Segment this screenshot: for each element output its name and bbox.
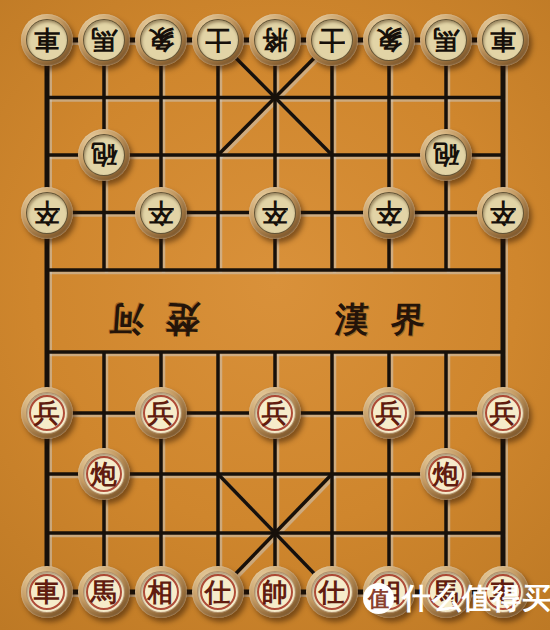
piece-glyph: 兵	[148, 400, 174, 426]
piece-face: 象	[140, 19, 182, 61]
piece-black-cannon[interactable]: 砲	[420, 129, 472, 181]
piece-glyph: 士	[319, 27, 345, 53]
piece-red-chariot[interactable]: 車	[21, 566, 73, 618]
piece-black-soldier[interactable]: 卒	[477, 187, 529, 239]
piece-face: 兵	[254, 392, 296, 434]
piece-glyph: 卒	[376, 200, 402, 226]
piece-face: 炮	[83, 453, 125, 495]
piece-glyph: 炮	[433, 461, 459, 487]
piece-red-soldier[interactable]: 兵	[477, 387, 529, 439]
piece-black-chariot[interactable]: 車	[21, 14, 73, 66]
piece-face: 車	[26, 571, 68, 613]
piece-black-soldier[interactable]: 卒	[363, 187, 415, 239]
piece-glyph: 馬	[91, 27, 117, 53]
piece-black-horse[interactable]: 馬	[78, 14, 130, 66]
piece-red-soldier[interactable]: 兵	[249, 387, 301, 439]
piece-glyph: 車	[34, 579, 60, 605]
piece-face: 士	[311, 19, 353, 61]
piece-face: 卒	[140, 192, 182, 234]
smzdm-logo-glyph: 值	[368, 588, 389, 609]
smzdm-watermark: 值 什么值得买	[363, 583, 550, 614]
piece-face: 士	[197, 19, 239, 61]
piece-glyph: 兵	[34, 400, 60, 426]
smzdm-logo-icon: 值	[363, 583, 394, 614]
piece-glyph: 車	[490, 27, 516, 53]
xiangqi-board: 楚河 漢界 車馬象士將士象馬車砲砲卒卒卒卒卒兵兵兵兵兵炮炮車馬相仕帥仕相馬車 值…	[0, 0, 550, 630]
piece-glyph: 砲	[433, 142, 459, 168]
piece-glyph: 卒	[490, 200, 516, 226]
piece-glyph: 象	[376, 27, 402, 53]
piece-face: 馬	[83, 571, 125, 613]
piece-face: 砲	[83, 134, 125, 176]
piece-glyph: 帥	[262, 579, 288, 605]
piece-face: 車	[482, 19, 524, 61]
piece-glyph: 兵	[262, 400, 288, 426]
piece-black-elephant[interactable]: 象	[135, 14, 187, 66]
piece-glyph: 將	[262, 27, 288, 53]
piece-glyph: 卒	[34, 200, 60, 226]
piece-black-cannon[interactable]: 砲	[78, 129, 130, 181]
piece-face: 將	[254, 19, 296, 61]
piece-face: 卒	[368, 192, 410, 234]
piece-face: 卒	[26, 192, 68, 234]
piece-black-soldier[interactable]: 卒	[249, 187, 301, 239]
piece-glyph: 炮	[91, 461, 117, 487]
piece-face: 仕	[197, 571, 239, 613]
piece-black-elephant[interactable]: 象	[363, 14, 415, 66]
piece-red-soldier[interactable]: 兵	[21, 387, 73, 439]
piece-glyph: 卒	[262, 200, 288, 226]
piece-face: 砲	[425, 134, 467, 176]
piece-glyph: 兵	[490, 400, 516, 426]
piece-face: 兵	[26, 392, 68, 434]
piece-glyph: 相	[148, 579, 174, 605]
piece-face: 帥	[254, 571, 296, 613]
piece-face: 象	[368, 19, 410, 61]
piece-glyph: 砲	[91, 142, 117, 168]
piece-glyph: 車	[34, 27, 60, 53]
piece-glyph: 仕	[319, 579, 345, 605]
piece-black-advisor[interactable]: 士	[192, 14, 244, 66]
watermark-text: 什么值得买	[402, 584, 550, 613]
piece-black-chariot[interactable]: 車	[477, 14, 529, 66]
piece-glyph: 象	[148, 27, 174, 53]
pieces-layer: 車馬象士將士象馬車砲砲卒卒卒卒卒兵兵兵兵兵炮炮車馬相仕帥仕相馬車	[18, 11, 531, 621]
piece-black-advisor[interactable]: 士	[306, 14, 358, 66]
piece-face: 馬	[425, 19, 467, 61]
piece-face: 炮	[425, 453, 467, 495]
piece-glyph: 兵	[376, 400, 402, 426]
piece-black-soldier[interactable]: 卒	[135, 187, 187, 239]
piece-black-soldier[interactable]: 卒	[21, 187, 73, 239]
piece-face: 仕	[311, 571, 353, 613]
piece-face: 馬	[83, 19, 125, 61]
piece-face: 相	[140, 571, 182, 613]
piece-black-horse[interactable]: 馬	[420, 14, 472, 66]
piece-glyph: 卒	[148, 200, 174, 226]
piece-red-soldier[interactable]: 兵	[363, 387, 415, 439]
piece-red-horse[interactable]: 馬	[78, 566, 130, 618]
piece-red-elephant[interactable]: 相	[135, 566, 187, 618]
piece-face: 兵	[482, 392, 524, 434]
piece-red-advisor[interactable]: 仕	[306, 566, 358, 618]
piece-face: 卒	[482, 192, 524, 234]
piece-glyph: 馬	[91, 579, 117, 605]
piece-face: 卒	[254, 192, 296, 234]
piece-glyph: 士	[205, 27, 231, 53]
piece-red-soldier[interactable]: 兵	[135, 387, 187, 439]
piece-glyph: 馬	[433, 27, 459, 53]
piece-face: 兵	[368, 392, 410, 434]
piece-red-general[interactable]: 帥	[249, 566, 301, 618]
piece-face: 兵	[140, 392, 182, 434]
piece-red-cannon[interactable]: 炮	[78, 448, 130, 500]
piece-black-general[interactable]: 將	[249, 14, 301, 66]
piece-red-advisor[interactable]: 仕	[192, 566, 244, 618]
piece-red-cannon[interactable]: 炮	[420, 448, 472, 500]
piece-face: 車	[26, 19, 68, 61]
piece-glyph: 仕	[205, 579, 231, 605]
